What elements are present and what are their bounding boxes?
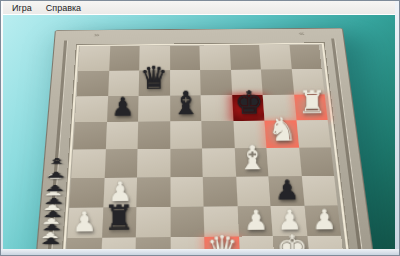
square-g4[interactable] (266, 148, 301, 177)
square-a3[interactable] (69, 178, 104, 208)
square-b2[interactable]: ♜ (102, 207, 137, 238)
square-c1[interactable] (135, 237, 170, 249)
square-f8[interactable] (229, 45, 261, 70)
square-a1[interactable] (65, 238, 101, 249)
square-h5[interactable] (296, 120, 331, 147)
square-f3[interactable] (236, 176, 271, 206)
square-h8[interactable] (289, 45, 322, 70)
menu-game[interactable]: Игра (7, 2, 37, 14)
square-b5[interactable] (105, 122, 138, 150)
board-inlay-border: ♛♟♝♚♜♞♝♟♟♟♜♟♟♟♛♚ (61, 43, 351, 249)
piece-black-P-b6[interactable]: ♟ (106, 93, 138, 121)
board-scene: » « » « ♞♟♟♟♟ ♝♟♟♟♟♟♟ ♛♟♝♚♜♞♝♟♟♟♜♟♟♟♛♚ (17, 29, 381, 249)
square-a5[interactable] (73, 122, 106, 150)
square-f1[interactable] (239, 236, 275, 249)
square-h2[interactable]: ♟ (304, 205, 341, 236)
board-grid: ♛♟♝♚♜♞♝♟♟♟♜♟♟♟♛♚ (65, 45, 345, 249)
piece-white-N-g5[interactable]: ♞ (266, 112, 298, 147)
square-c7[interactable]: ♛ (139, 70, 170, 95)
square-h4[interactable] (299, 147, 334, 176)
square-a2[interactable]: ♟ (67, 207, 103, 238)
square-b6[interactable]: ♟ (107, 96, 139, 122)
square-g7[interactable] (261, 69, 294, 94)
square-b1[interactable] (100, 238, 136, 249)
piece-black-K-f6[interactable]: ♚ (233, 86, 265, 121)
square-a6[interactable] (75, 96, 108, 122)
square-a4[interactable] (71, 149, 105, 178)
square-f6[interactable]: ♚ (232, 95, 265, 121)
square-g1[interactable]: ♚ (273, 236, 310, 249)
window-frame-bottom (1, 249, 399, 255)
rim-motif-top-right: « (288, 31, 315, 36)
piece-white-P-a2[interactable]: ♟ (67, 207, 101, 237)
square-e7[interactable] (200, 70, 232, 95)
window-frame-left (1, 1, 3, 255)
square-e8[interactable] (199, 45, 230, 70)
square-d4[interactable] (170, 149, 203, 178)
square-c4[interactable] (137, 149, 170, 178)
square-e6[interactable] (201, 95, 233, 121)
square-c2[interactable] (136, 207, 170, 238)
piece-black-B-d6[interactable]: ♝ (170, 86, 202, 121)
square-e5[interactable] (201, 121, 234, 148)
square-a7[interactable] (77, 71, 109, 97)
rim-motif-top-left: » (83, 33, 109, 38)
square-h1[interactable] (307, 236, 345, 249)
window-frame-right (395, 1, 399, 255)
chess-titans-window: Игра Справка » « » « ♞♟♟♟♟ ♝♟♟♟♟♟♟ ♛♟♝♚♜… (0, 0, 400, 256)
square-h6[interactable]: ♜ (294, 94, 328, 120)
rim-engraving-left (46, 40, 68, 249)
piece-white-P-f2[interactable]: ♟ (238, 206, 272, 236)
piece-white-K-g1[interactable]: ♚ (275, 229, 310, 249)
menu-bar: Игра Справка (3, 1, 395, 15)
square-e1[interactable]: ♛ (204, 237, 240, 249)
menu-help[interactable]: Справка (41, 2, 86, 14)
square-d2[interactable] (170, 206, 204, 237)
piece-white-R-h6[interactable]: ♜ (296, 85, 328, 119)
square-c5[interactable] (138, 122, 170, 150)
square-d3[interactable] (170, 177, 204, 207)
square-c6[interactable] (138, 95, 170, 121)
square-d5[interactable] (170, 121, 202, 148)
square-d8[interactable] (170, 46, 201, 71)
square-g8[interactable] (259, 45, 291, 70)
piece-black-P-g3[interactable]: ♟ (270, 175, 304, 205)
piece-white-Q-e1[interactable]: ♛ (205, 230, 240, 249)
square-e3[interactable] (203, 177, 237, 207)
square-b8[interactable] (109, 46, 140, 71)
game-viewport: » « » « ♞♟♟♟♟ ♝♟♟♟♟♟♟ ♛♟♝♚♜♞♝♟♟♟♜♟♟♟♛♚ (3, 15, 395, 249)
square-b4[interactable] (104, 149, 137, 178)
square-c3[interactable] (136, 177, 170, 207)
square-f2[interactable]: ♟ (237, 206, 273, 237)
piece-black-R-b2[interactable]: ♜ (101, 200, 136, 237)
square-g3[interactable]: ♟ (268, 176, 304, 206)
square-h3[interactable] (301, 176, 337, 206)
chess-board[interactable]: » « » « ♞♟♟♟♟ ♝♟♟♟♟♟♟ ♛♟♝♚♜♞♝♟♟♟♜♟♟♟♛♚ (32, 28, 378, 249)
piece-black-Q-c7[interactable]: ♛ (138, 61, 169, 95)
square-d1[interactable] (170, 237, 205, 249)
square-f4[interactable]: ♝ (234, 148, 268, 177)
piece-white-B-f4[interactable]: ♝ (235, 140, 268, 176)
piece-white-P-h2[interactable]: ♟ (307, 205, 341, 235)
square-d6[interactable]: ♝ (170, 95, 202, 121)
square-e4[interactable] (202, 148, 236, 177)
square-g5[interactable]: ♞ (265, 121, 299, 148)
square-a8[interactable] (78, 46, 109, 71)
